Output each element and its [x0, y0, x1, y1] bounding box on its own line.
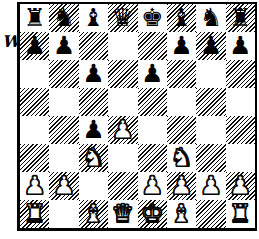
- square-h3[interactable]: [226, 144, 255, 172]
- square-b8[interactable]: ♞: [49, 4, 78, 32]
- square-b6[interactable]: [49, 60, 78, 88]
- square-a2[interactable]: ♟: [20, 172, 49, 200]
- square-h4[interactable]: [226, 116, 255, 144]
- piece-white-bishop: ♝: [82, 201, 104, 226]
- square-g7[interactable]: ♟: [196, 32, 225, 60]
- square-c1[interactable]: ♝: [79, 200, 108, 228]
- piece-black-knight: ♞: [53, 5, 75, 30]
- piece-black-pawn: ♟: [141, 61, 163, 86]
- square-g8[interactable]: ♞: [196, 4, 225, 32]
- piece-black-pawn: ♟: [82, 61, 104, 86]
- square-d3[interactable]: [108, 144, 137, 172]
- chess-board: ♜♞♝♛♚♝♞♜♟♟♟♟♟♟♟♟♟♞♞♟♟♟♟♟♟♜♝♛♚♝♜: [17, 2, 257, 231]
- square-f6[interactable]: [167, 60, 196, 88]
- square-b5[interactable]: [49, 88, 78, 116]
- square-e6[interactable]: ♟: [138, 60, 167, 88]
- piece-black-knight: ♞: [200, 5, 222, 30]
- square-e8[interactable]: ♚: [138, 4, 167, 32]
- square-f1[interactable]: ♝: [167, 200, 196, 228]
- square-h6[interactable]: [226, 60, 255, 88]
- square-d6[interactable]: [108, 60, 137, 88]
- piece-white-knight: ♞: [170, 145, 192, 170]
- square-f2[interactable]: ♟: [167, 172, 196, 200]
- square-d2[interactable]: [108, 172, 137, 200]
- square-g6[interactable]: [196, 60, 225, 88]
- square-g5[interactable]: [196, 88, 225, 116]
- square-d4[interactable]: ♟: [108, 116, 137, 144]
- square-b4[interactable]: [49, 116, 78, 144]
- square-b1[interactable]: [49, 200, 78, 228]
- piece-black-pawn: ♟: [23, 33, 45, 58]
- piece-white-knight: ♞: [82, 145, 104, 170]
- square-f5[interactable]: [167, 88, 196, 116]
- square-h5[interactable]: [226, 88, 255, 116]
- square-b2[interactable]: ♟: [49, 172, 78, 200]
- piece-white-king: ♚: [141, 201, 163, 226]
- square-g4[interactable]: [196, 116, 225, 144]
- piece-white-pawn: ♟: [53, 173, 75, 198]
- square-f7[interactable]: ♟: [167, 32, 196, 60]
- square-h1[interactable]: ♜: [226, 200, 255, 228]
- square-f4[interactable]: [167, 116, 196, 144]
- square-d8[interactable]: ♛: [108, 4, 137, 32]
- square-c6[interactable]: ♟: [79, 60, 108, 88]
- square-a1[interactable]: ♜: [20, 200, 49, 228]
- square-e1[interactable]: ♚: [138, 200, 167, 228]
- square-a5[interactable]: [20, 88, 49, 116]
- square-a3[interactable]: [20, 144, 49, 172]
- square-e5[interactable]: [138, 88, 167, 116]
- square-h7[interactable]: ♟: [226, 32, 255, 60]
- diagram-page: W ♜♞♝♛♚♝♞♜♟♟♟♟♟♟♟♟♟♞♞♟♟♟♟♟♟♜♝♛♚♝♜: [0, 0, 259, 239]
- piece-white-pawn: ♟: [229, 173, 251, 198]
- piece-black-pawn: ♟: [82, 117, 104, 142]
- piece-white-rook: ♜: [23, 201, 45, 226]
- square-g2[interactable]: ♟: [196, 172, 225, 200]
- piece-black-queen: ♛: [112, 5, 134, 30]
- square-d5[interactable]: [108, 88, 137, 116]
- square-e2[interactable]: ♟: [138, 172, 167, 200]
- piece-black-pawn: ♟: [229, 33, 251, 58]
- square-e4[interactable]: [138, 116, 167, 144]
- piece-white-pawn: ♟: [23, 173, 45, 198]
- piece-white-bishop: ♝: [170, 201, 192, 226]
- piece-white-pawn: ♟: [200, 173, 222, 198]
- square-a4[interactable]: [20, 116, 49, 144]
- piece-white-pawn: ♟: [141, 173, 163, 198]
- square-b3[interactable]: [49, 144, 78, 172]
- square-a7[interactable]: ♟: [20, 32, 49, 60]
- piece-black-bishop: ♝: [170, 5, 192, 30]
- square-d7[interactable]: [108, 32, 137, 60]
- square-h2[interactable]: ♟: [226, 172, 255, 200]
- square-f8[interactable]: ♝: [167, 4, 196, 32]
- piece-black-pawn: ♟: [170, 33, 192, 58]
- piece-black-rook: ♜: [23, 5, 45, 30]
- square-c8[interactable]: ♝: [79, 4, 108, 32]
- side-to-move-label: W: [2, 32, 17, 51]
- piece-black-pawn: ♟: [53, 33, 75, 58]
- piece-white-pawn: ♟: [170, 173, 192, 198]
- piece-white-pawn: ♟: [112, 117, 134, 142]
- square-e7[interactable]: [138, 32, 167, 60]
- piece-black-bishop: ♝: [82, 5, 104, 30]
- square-c5[interactable]: [79, 88, 108, 116]
- square-f3[interactable]: ♞: [167, 144, 196, 172]
- piece-black-pawn: ♟: [200, 33, 222, 58]
- piece-black-rook: ♜: [229, 5, 251, 30]
- square-g3[interactable]: [196, 144, 225, 172]
- square-e3[interactable]: [138, 144, 167, 172]
- square-b7[interactable]: ♟: [49, 32, 78, 60]
- square-a6[interactable]: [20, 60, 49, 88]
- piece-white-queen: ♛: [112, 201, 134, 226]
- square-g1[interactable]: [196, 200, 225, 228]
- square-c7[interactable]: [79, 32, 108, 60]
- square-a8[interactable]: ♜: [20, 4, 49, 32]
- square-h8[interactable]: ♜: [226, 4, 255, 32]
- square-c3[interactable]: ♞: [79, 144, 108, 172]
- square-d1[interactable]: ♛: [108, 200, 137, 228]
- piece-white-rook: ♜: [229, 201, 251, 226]
- square-c2[interactable]: [79, 172, 108, 200]
- piece-black-king: ♚: [141, 5, 163, 30]
- square-c4[interactable]: ♟: [79, 116, 108, 144]
